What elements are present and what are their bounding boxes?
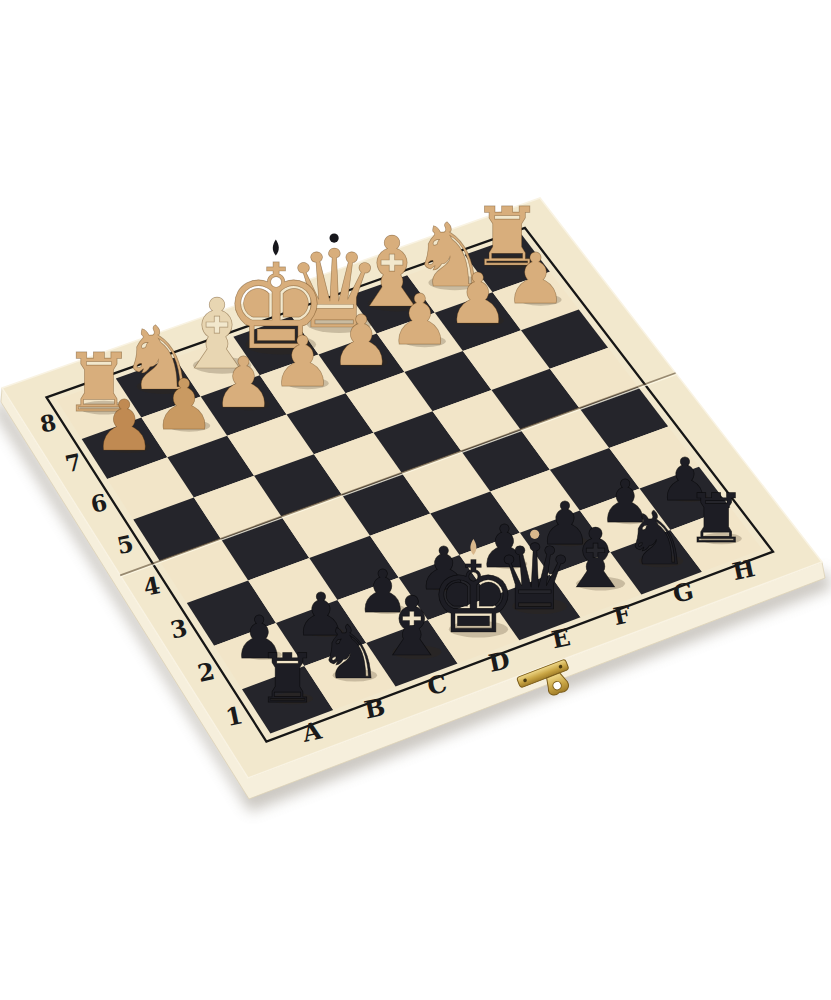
finial-ball-e8 [330,233,339,242]
piece-light-pawn-g7: ♟ [446,258,509,340]
piece-light-pawn-d7: ♟ [271,321,334,403]
piece-dark-knight-g1: ♞ [623,495,689,581]
piece-dark-rook-h1: ♜ [686,479,747,558]
piece-light-pawn-c7: ♟ [212,342,275,424]
finial-ball-e1 [530,530,539,539]
piece-light-pawn-e7: ♟ [330,300,393,382]
piece-dark-rook-a1: ♜ [257,639,318,718]
chess-board-scene: ABCDEFGH87654321♜♞♟♝♟♛♟♚♟♝♟♞♟♜♟♟♟♟♜♟♞♟♝♟… [0,0,831,1000]
piece-dark-knight-b1: ♞ [317,609,383,695]
piece-light-pawn-h7: ♟ [504,238,567,320]
piece-dark-bishop-c1: ♝ [375,579,449,674]
piece-light-pawn-b7: ♟ [153,364,216,446]
product-photo: ABCDEFGH87654321♜♞♟♝♟♛♟♚♟♝♟♞♟♜♟♟♟♟♜♟♞♟♝♟… [0,0,831,1000]
piece-light-pawn-f7: ♟ [388,279,451,361]
piece-light-pawn-a7: ♟ [93,385,156,467]
